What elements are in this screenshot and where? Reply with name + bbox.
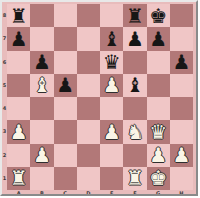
square-d1[interactable] xyxy=(77,167,100,190)
white-queen-g3[interactable]: ♛ xyxy=(147,120,170,143)
square-c7[interactable] xyxy=(54,27,77,50)
file-label-h: H xyxy=(170,191,193,196)
square-e2[interactable] xyxy=(100,144,123,167)
file-label-c: C xyxy=(54,191,77,196)
black-bishop-e7[interactable]: ♝ xyxy=(100,27,123,50)
square-f7[interactable]: ♟ xyxy=(123,27,146,50)
square-a1[interactable]: ♜ xyxy=(7,167,30,190)
square-h8[interactable] xyxy=(170,4,193,27)
black-pawn-h6[interactable]: ♟ xyxy=(170,51,193,74)
square-g3[interactable]: ♛ xyxy=(147,120,170,143)
square-d5[interactable] xyxy=(77,74,100,97)
white-pawn-h2[interactable]: ♟ xyxy=(170,144,193,167)
white-pawn-e5[interactable]: ♟ xyxy=(100,74,123,97)
white-rook-f1[interactable]: ♜ xyxy=(123,167,146,190)
black-king-g8[interactable]: ♚ xyxy=(147,4,170,27)
chess-board[interactable]: ♜♜♚♟♝♟♟♟♛♟♝♟♟♝♟♟♞♛♟♟♟♜♜♚ xyxy=(7,4,193,190)
square-f6[interactable] xyxy=(123,51,146,74)
black-pawn-b6[interactable]: ♟ xyxy=(30,51,53,74)
white-pawn-a3[interactable]: ♟ xyxy=(7,120,30,143)
black-rook-f8[interactable]: ♜ xyxy=(123,4,146,27)
square-d2[interactable] xyxy=(77,144,100,167)
square-d7[interactable] xyxy=(77,27,100,50)
black-bishop-f5[interactable]: ♝ xyxy=(123,74,146,97)
square-h3[interactable] xyxy=(170,120,193,143)
square-a3[interactable]: ♟ xyxy=(7,120,30,143)
square-e1[interactable] xyxy=(100,167,123,190)
square-h2[interactable]: ♟ xyxy=(170,144,193,167)
square-e3[interactable]: ♟ xyxy=(100,120,123,143)
square-a6[interactable] xyxy=(7,51,30,74)
square-b6[interactable]: ♟ xyxy=(30,51,53,74)
black-pawn-g7[interactable]: ♟ xyxy=(147,27,170,50)
white-pawn-g2[interactable]: ♟ xyxy=(147,144,170,167)
square-f1[interactable]: ♜ xyxy=(123,167,146,190)
square-c1[interactable] xyxy=(54,167,77,190)
square-c6[interactable] xyxy=(54,51,77,74)
file-label-g: G xyxy=(147,191,170,196)
square-a2[interactable] xyxy=(7,144,30,167)
black-pawn-f7[interactable]: ♟ xyxy=(123,27,146,50)
white-bishop-b5[interactable]: ♝ xyxy=(30,74,53,97)
square-h4[interactable] xyxy=(170,97,193,120)
square-a7[interactable]: ♟ xyxy=(7,27,30,50)
file-label-f: F xyxy=(123,191,146,196)
square-f2[interactable] xyxy=(123,144,146,167)
black-pawn-c5[interactable]: ♟ xyxy=(54,74,77,97)
square-c2[interactable] xyxy=(54,144,77,167)
square-c3[interactable] xyxy=(54,120,77,143)
white-pawn-e3[interactable]: ♟ xyxy=(100,120,123,143)
square-a5[interactable] xyxy=(7,74,30,97)
square-g2[interactable]: ♟ xyxy=(147,144,170,167)
square-h5[interactable] xyxy=(170,74,193,97)
square-b7[interactable] xyxy=(30,27,53,50)
square-g1[interactable]: ♚ xyxy=(147,167,170,190)
square-e7[interactable]: ♝ xyxy=(100,27,123,50)
square-d3[interactable] xyxy=(77,120,100,143)
square-c5[interactable]: ♟ xyxy=(54,74,77,97)
square-f8[interactable]: ♜ xyxy=(123,4,146,27)
white-king-g1[interactable]: ♚ xyxy=(147,167,170,190)
black-rook-a8[interactable]: ♜ xyxy=(7,4,30,27)
file-label-a: A xyxy=(7,191,30,196)
file-label-e: E xyxy=(100,191,123,196)
square-d6[interactable] xyxy=(77,51,100,74)
square-c8[interactable] xyxy=(54,4,77,27)
square-f5[interactable]: ♝ xyxy=(123,74,146,97)
square-f3[interactable]: ♞ xyxy=(123,120,146,143)
square-d8[interactable] xyxy=(77,4,100,27)
square-e5[interactable]: ♟ xyxy=(100,74,123,97)
square-b4[interactable] xyxy=(30,97,53,120)
square-d4[interactable] xyxy=(77,97,100,120)
square-e6[interactable]: ♛ xyxy=(100,51,123,74)
square-b2[interactable]: ♟ xyxy=(30,144,53,167)
square-g5[interactable] xyxy=(147,74,170,97)
file-label-d: D xyxy=(77,191,100,196)
file-label-b: B xyxy=(30,191,53,196)
square-a4[interactable] xyxy=(7,97,30,120)
square-g4[interactable] xyxy=(147,97,170,120)
square-a8[interactable]: ♜ xyxy=(7,4,30,27)
square-g6[interactable] xyxy=(147,51,170,74)
white-knight-f3[interactable]: ♞ xyxy=(123,120,146,143)
square-h1[interactable] xyxy=(170,167,193,190)
square-b3[interactable] xyxy=(30,120,53,143)
square-e8[interactable] xyxy=(100,4,123,27)
file-labels: ABCDEFGH xyxy=(7,191,193,196)
square-h7[interactable] xyxy=(170,27,193,50)
square-b8[interactable] xyxy=(30,4,53,27)
square-h6[interactable]: ♟ xyxy=(170,51,193,74)
white-pawn-b2[interactable]: ♟ xyxy=(30,144,53,167)
square-g7[interactable]: ♟ xyxy=(147,27,170,50)
square-e4[interactable] xyxy=(100,97,123,120)
chess-board-frame: 87654321 ♜♜♚♟♝♟♟♟♛♟♝♟♟♝♟♟♞♛♟♟♟♜♜♚ ABCDEF… xyxy=(0,0,198,196)
black-pawn-a7[interactable]: ♟ xyxy=(7,27,30,50)
white-rook-a1[interactable]: ♜ xyxy=(7,167,30,190)
black-queen-e6[interactable]: ♛ xyxy=(100,51,123,74)
square-c4[interactable] xyxy=(54,97,77,120)
square-g8[interactable]: ♚ xyxy=(147,4,170,27)
square-b1[interactable] xyxy=(30,167,53,190)
square-b5[interactable]: ♝ xyxy=(30,74,53,97)
square-f4[interactable] xyxy=(123,97,146,120)
